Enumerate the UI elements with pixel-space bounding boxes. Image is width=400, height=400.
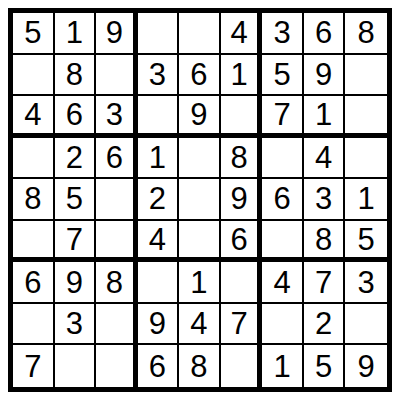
cell-r2c6: 1	[221, 55, 263, 97]
cell-r5c4: 2	[138, 179, 180, 221]
cell-r5c8: 3	[304, 179, 346, 221]
cell-r8c2: 3	[55, 304, 97, 346]
cell-r4c7[interactable]	[262, 138, 304, 180]
cell-r6c6: 6	[221, 221, 263, 263]
cell-r4c3: 6	[96, 138, 138, 180]
cell-r9c8: 5	[304, 345, 346, 387]
cell-r6c5[interactable]	[179, 221, 221, 263]
cell-r9c5: 8	[179, 345, 221, 387]
cell-r9c9: 9	[345, 345, 387, 387]
cell-r2c7: 5	[262, 55, 304, 97]
cell-r3c6[interactable]	[221, 96, 263, 138]
cell-r3c9[interactable]	[345, 96, 387, 138]
cell-r8c9[interactable]	[345, 304, 387, 346]
cell-r3c1: 4	[13, 96, 55, 138]
cell-r6c8: 8	[304, 221, 346, 263]
cell-r7c2: 9	[55, 262, 97, 304]
cell-r4c1[interactable]	[13, 138, 55, 180]
cell-r1c9: 8	[345, 13, 387, 55]
cell-r2c8: 9	[304, 55, 346, 97]
cell-r5c1: 8	[13, 179, 55, 221]
cell-r1c1: 5	[13, 13, 55, 55]
cell-r5c3[interactable]	[96, 179, 138, 221]
cell-r1c2: 1	[55, 13, 97, 55]
cell-r7c9: 3	[345, 262, 387, 304]
cell-r7c6[interactable]	[221, 262, 263, 304]
cell-r8c7[interactable]	[262, 304, 304, 346]
cell-r4c9[interactable]	[345, 138, 387, 180]
cell-r7c7: 4	[262, 262, 304, 304]
cell-r9c1: 7	[13, 345, 55, 387]
cell-r3c3: 3	[96, 96, 138, 138]
cell-r7c8: 7	[304, 262, 346, 304]
cell-r3c5: 9	[179, 96, 221, 138]
cell-r1c6: 4	[221, 13, 263, 55]
cell-r4c2: 2	[55, 138, 97, 180]
cell-r2c2: 8	[55, 55, 97, 97]
cell-r8c3[interactable]	[96, 304, 138, 346]
cell-r7c1: 6	[13, 262, 55, 304]
cell-r9c3[interactable]	[96, 345, 138, 387]
cell-r5c6: 9	[221, 179, 263, 221]
cell-r3c7: 7	[262, 96, 304, 138]
cell-r3c8: 1	[304, 96, 346, 138]
cell-r6c9: 5	[345, 221, 387, 263]
sudoku-board: 5194368836159463971261848529631746856981…	[8, 8, 392, 392]
cell-r5c2: 5	[55, 179, 97, 221]
cell-r8c4: 9	[138, 304, 180, 346]
page: 5194368836159463971261848529631746856981…	[0, 0, 400, 400]
cell-r2c4: 3	[138, 55, 180, 97]
cell-r9c4: 6	[138, 345, 180, 387]
cell-r3c2: 6	[55, 96, 97, 138]
cell-r4c6: 8	[221, 138, 263, 180]
cell-r6c3[interactable]	[96, 221, 138, 263]
cell-r5c5[interactable]	[179, 179, 221, 221]
cell-r1c8: 6	[304, 13, 346, 55]
cell-r2c3[interactable]	[96, 55, 138, 97]
cell-r4c5[interactable]	[179, 138, 221, 180]
cell-r6c4: 4	[138, 221, 180, 263]
cell-r1c4[interactable]	[138, 13, 180, 55]
cell-r1c5[interactable]	[179, 13, 221, 55]
cell-r8c1[interactable]	[13, 304, 55, 346]
cell-r1c3: 9	[96, 13, 138, 55]
cell-r9c7: 1	[262, 345, 304, 387]
cell-r2c1[interactable]	[13, 55, 55, 97]
cell-r7c5: 1	[179, 262, 221, 304]
cell-r5c9: 1	[345, 179, 387, 221]
cell-r6c7[interactable]	[262, 221, 304, 263]
cell-r1c7: 3	[262, 13, 304, 55]
cell-r6c1[interactable]	[13, 221, 55, 263]
cell-r4c8: 4	[304, 138, 346, 180]
cell-r3c4[interactable]	[138, 96, 180, 138]
cell-r4c4: 1	[138, 138, 180, 180]
cell-r7c4[interactable]	[138, 262, 180, 304]
cell-r7c3: 8	[96, 262, 138, 304]
cell-r9c6[interactable]	[221, 345, 263, 387]
cell-r2c5: 6	[179, 55, 221, 97]
cell-r2c9[interactable]	[345, 55, 387, 97]
cell-r8c8: 2	[304, 304, 346, 346]
cell-r5c7: 6	[262, 179, 304, 221]
cell-r6c2: 7	[55, 221, 97, 263]
cell-r8c5: 4	[179, 304, 221, 346]
cell-r8c6: 7	[221, 304, 263, 346]
cell-r9c2[interactable]	[55, 345, 97, 387]
